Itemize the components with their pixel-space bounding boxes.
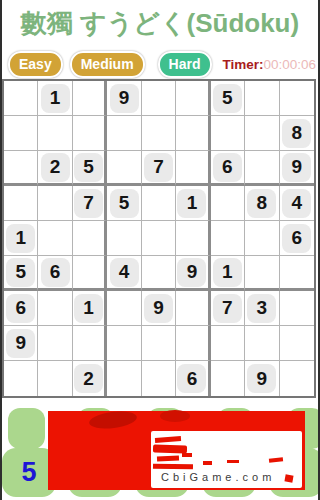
ad-glitch-mark <box>227 460 239 463</box>
cell-r1c8[interactable] <box>245 81 279 116</box>
given-digit: 8 <box>282 119 311 148</box>
cell-r4c7[interactable] <box>211 186 245 221</box>
cell-r5c6[interactable] <box>176 221 210 256</box>
cell-r6c1[interactable]: 5 <box>4 256 38 291</box>
given-digit: 6 <box>6 294 35 323</box>
cell-r4c2[interactable] <box>38 186 72 221</box>
cell-r4c9[interactable]: 4 <box>280 186 314 221</box>
cell-r8c4[interactable] <box>107 326 141 361</box>
easy-button[interactable]: Easy <box>8 51 63 78</box>
cell-r8c5[interactable] <box>142 326 176 361</box>
cell-r6c2[interactable]: 6 <box>38 256 72 291</box>
controls-bar: Easy Medium Hard Timer: 00:00:06 ? <box>8 52 314 76</box>
cell-r5c4[interactable] <box>107 221 141 256</box>
ad-glitch-mark <box>284 474 293 482</box>
cell-r5c9[interactable]: 6 <box>280 221 314 256</box>
given-digit: 5 <box>110 189 139 218</box>
timer-label: Timer: <box>223 57 264 72</box>
given-digit: 5 <box>6 258 35 287</box>
given-digit: 6 <box>41 258 70 287</box>
given-digit: 9 <box>282 153 311 182</box>
given-digit: 6 <box>282 224 311 253</box>
cell-r3c6[interactable] <box>176 151 210 186</box>
cell-r2c7[interactable] <box>211 116 245 151</box>
cell-r8c1[interactable]: 9 <box>4 326 38 361</box>
cell-r4c3[interactable]: 7 <box>73 186 107 221</box>
timer-value: 00:00:06 <box>264 57 317 72</box>
cell-r9c3[interactable]: 2 <box>73 361 107 396</box>
cell-r5c5[interactable] <box>142 221 176 256</box>
given-digit: 9 <box>247 364 276 393</box>
given-digit: 2 <box>74 364 103 393</box>
cell-r5c1[interactable]: 1 <box>4 221 38 256</box>
cell-r1c6[interactable] <box>176 81 210 116</box>
given-digit: 8 <box>247 189 276 218</box>
cell-r1c3[interactable] <box>73 81 107 116</box>
cell-r7c3[interactable]: 1 <box>73 291 107 326</box>
cell-r1c2[interactable]: 1 <box>38 81 72 116</box>
given-digit: 5 <box>74 153 103 182</box>
cell-r2c2[interactable] <box>38 116 72 151</box>
cell-r9c9[interactable] <box>280 361 314 396</box>
cell-r4c4[interactable]: 5 <box>107 186 141 221</box>
cell-r6c6[interactable]: 9 <box>176 256 210 291</box>
cell-r5c3[interactable] <box>73 221 107 256</box>
given-digit: 1 <box>177 189 206 218</box>
given-digit: 3 <box>247 294 276 323</box>
cell-r7c5[interactable]: 9 <box>142 291 176 326</box>
given-digit: 9 <box>110 84 139 113</box>
cell-r7c2[interactable] <box>38 291 72 326</box>
ad-glitch-mark <box>203 461 212 465</box>
ad-glitch-mark <box>182 453 192 457</box>
given-digit: 9 <box>6 329 35 358</box>
timer: Timer: 00:00:06 <box>223 57 317 72</box>
cell-r2c9[interactable]: 8 <box>280 116 314 151</box>
cell-r2c5[interactable] <box>142 116 176 151</box>
cell-r8c2[interactable] <box>38 326 72 361</box>
cell-r2c1[interactable] <box>4 116 38 151</box>
cell-r3c2[interactable]: 2 <box>38 151 72 186</box>
cell-r5c7[interactable] <box>211 221 245 256</box>
cell-r7c4[interactable] <box>107 291 141 326</box>
given-digit: 9 <box>177 258 206 287</box>
cell-r3c8[interactable] <box>245 151 279 186</box>
cell-r6c8[interactable] <box>245 256 279 291</box>
ad-glitch-mark <box>153 464 193 470</box>
given-digit: 6 <box>177 364 206 393</box>
ad-glitch-mark <box>157 455 179 461</box>
cell-r3c7[interactable]: 6 <box>211 151 245 186</box>
cell-r9c7[interactable] <box>211 361 245 396</box>
cell-r6c7[interactable]: 1 <box>211 256 245 291</box>
cell-r1c1[interactable] <box>4 81 38 116</box>
cell-r5c2[interactable] <box>38 221 72 256</box>
given-digit: 1 <box>74 294 103 323</box>
cell-r8c3[interactable] <box>73 326 107 361</box>
given-digit: 7 <box>144 153 173 182</box>
cell-r6c3[interactable] <box>73 256 107 291</box>
cell-r6c5[interactable] <box>142 256 176 291</box>
given-digit: 2 <box>41 153 70 182</box>
given-digit: 1 <box>213 258 242 287</box>
cell-r7c7[interactable]: 7 <box>211 291 245 326</box>
cell-r8c9[interactable] <box>280 326 314 361</box>
cell-r4c1[interactable] <box>4 186 38 221</box>
cell-r2c3[interactable] <box>73 116 107 151</box>
cell-r3c9[interactable]: 9 <box>280 151 314 186</box>
cell-r2c8[interactable] <box>245 116 279 151</box>
given-digit: 9 <box>144 294 173 323</box>
cell-r8c8[interactable] <box>245 326 279 361</box>
given-digit: 7 <box>74 189 103 218</box>
cell-r2c4[interactable] <box>107 116 141 151</box>
cell-r8c7[interactable] <box>211 326 245 361</box>
ad-decoration <box>88 409 138 431</box>
medium-button[interactable]: Medium <box>70 51 145 78</box>
cell-r4c5[interactable] <box>142 186 176 221</box>
cell-r4c6[interactable]: 1 <box>176 186 210 221</box>
ad-decoration <box>160 410 190 422</box>
cell-r9c4[interactable] <box>107 361 141 396</box>
ad-watermark: CbiGame.com <box>161 471 275 483</box>
cell-r5c8[interactable] <box>245 221 279 256</box>
cell-r1c9[interactable] <box>280 81 314 116</box>
given-digit: 7 <box>213 294 242 323</box>
cell-r9c6[interactable]: 6 <box>176 361 210 396</box>
given-digit: 4 <box>282 189 311 218</box>
cell-r3c4[interactable] <box>107 151 141 186</box>
cell-r1c5[interactable] <box>142 81 176 116</box>
given-digit: 5 <box>213 84 242 113</box>
sudoku-board: 195825769751841656491619739269 <box>2 79 316 398</box>
keypad-button-top-1[interactable] <box>8 408 45 449</box>
sudoku-app: 數獨 すうどく(Sūdoku) Easy Medium Hard Timer: … <box>0 0 320 500</box>
cell-r3c3[interactable]: 5 <box>73 151 107 186</box>
given-digit: 4 <box>110 258 139 287</box>
cell-r1c4[interactable]: 9 <box>107 81 141 116</box>
ad-white-box: CbiGame.com <box>151 431 302 488</box>
cell-r3c1[interactable] <box>4 151 38 186</box>
cell-r3c5[interactable]: 7 <box>142 151 176 186</box>
cell-r7c8[interactable]: 3 <box>245 291 279 326</box>
ad-glitch-mark <box>269 457 283 462</box>
cell-r8c6[interactable] <box>176 326 210 361</box>
ad-banner[interactable]: CbiGame.com <box>48 411 305 490</box>
cell-r4c8[interactable]: 8 <box>245 186 279 221</box>
cell-r7c6[interactable] <box>176 291 210 326</box>
cell-r7c9[interactable] <box>280 291 314 326</box>
cell-r9c8[interactable]: 9 <box>245 361 279 396</box>
cell-r2c6[interactable] <box>176 116 210 151</box>
page-title: 數獨 すうどく(Sūdoku) <box>0 6 320 41</box>
given-digit: 1 <box>6 224 35 253</box>
cell-r6c9[interactable] <box>280 256 314 291</box>
cell-r1c7[interactable]: 5 <box>211 81 245 116</box>
cell-r6c4[interactable]: 4 <box>107 256 141 291</box>
screen-left-border <box>0 0 2 500</box>
cell-r9c5[interactable] <box>142 361 176 396</box>
ad-glitch-mark <box>155 436 181 443</box>
cell-r9c2[interactable] <box>38 361 72 396</box>
hard-button[interactable]: Hard <box>158 51 212 78</box>
given-digit: 6 <box>213 153 242 182</box>
cell-r9c1[interactable] <box>4 361 38 396</box>
given-digit: 1 <box>41 84 70 113</box>
cell-r7c1[interactable]: 6 <box>4 291 38 326</box>
